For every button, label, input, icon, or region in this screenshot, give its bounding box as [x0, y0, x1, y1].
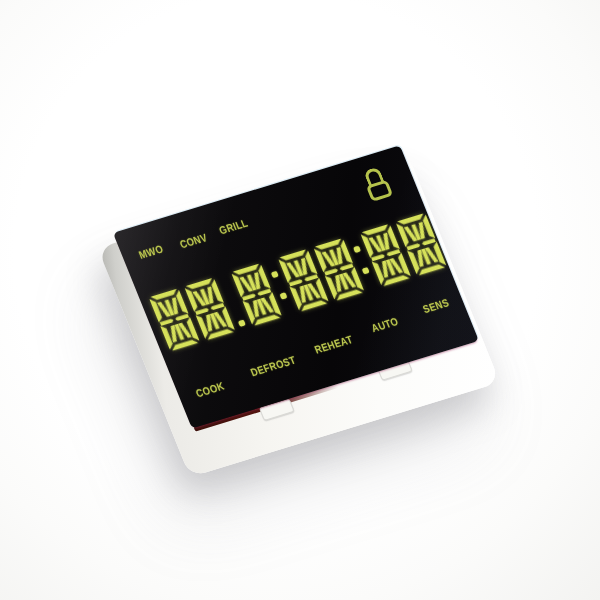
mode-label-sens: SENS — [421, 296, 451, 315]
lock-icon — [358, 165, 396, 206]
mode-label-reheat: REHEAT — [313, 333, 355, 356]
mode-label-grill: GRILL — [217, 217, 249, 237]
mode-label-mwo: MWO — [137, 243, 165, 261]
mode-label-cook: COOK — [194, 380, 226, 400]
mode-label-defrost: DEFROST — [249, 354, 297, 379]
mode-label-auto: AUTO — [370, 315, 400, 334]
mode-label-conv: CONV — [178, 231, 209, 250]
display-module: MWO CONV GRILL COOK DEFROST REHEAT AUTO … — [113, 145, 479, 428]
digit-row — [147, 211, 449, 354]
